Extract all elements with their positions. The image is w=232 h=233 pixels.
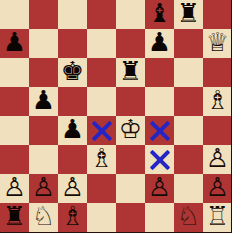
square-f8[interactable]: ♝ xyxy=(145,0,174,29)
board-bottom-edge xyxy=(0,232,232,233)
black-rook: ♜ xyxy=(3,202,26,231)
blue-x-mark xyxy=(148,148,172,172)
square-f4[interactable] xyxy=(145,116,174,145)
square-c2[interactable]: ♙ xyxy=(58,174,87,203)
blue-x-mark xyxy=(148,119,172,143)
square-b6[interactable] xyxy=(29,58,58,87)
chess-board: ♝♜♟♟♕♚♜♟♗♟♔♗♙♙♙♙♙♙♜♘♗♘♖ xyxy=(0,0,232,233)
black-pawn: ♟ xyxy=(3,28,26,57)
square-h3[interactable]: ♙ xyxy=(203,145,232,174)
square-d3[interactable]: ♗ xyxy=(87,145,116,174)
square-h6[interactable] xyxy=(203,58,232,87)
black-bishop: ♝ xyxy=(148,0,171,28)
square-b1[interactable]: ♘ xyxy=(29,203,58,232)
square-a1[interactable]: ♜ xyxy=(0,203,29,232)
square-a6[interactable] xyxy=(0,58,29,87)
white-rook: ♖ xyxy=(206,202,229,231)
black-pawn: ♟ xyxy=(32,86,55,115)
white-bishop: ♗ xyxy=(61,202,84,231)
square-h1[interactable]: ♖ xyxy=(203,203,232,232)
square-c7[interactable] xyxy=(58,29,87,58)
white-pawn: ♙ xyxy=(32,173,55,202)
square-h2[interactable]: ♙ xyxy=(203,174,232,203)
white-queen: ♕ xyxy=(206,28,229,57)
square-a5[interactable] xyxy=(0,87,29,116)
square-a3[interactable] xyxy=(0,145,29,174)
black-rook: ♜ xyxy=(119,57,142,86)
square-f5[interactable] xyxy=(145,87,174,116)
white-pawn: ♙ xyxy=(206,173,229,202)
square-g4[interactable] xyxy=(174,116,203,145)
board-right-edge xyxy=(231,0,232,233)
board-grid: ♝♜♟♟♕♚♜♟♗♟♔♗♙♙♙♙♙♙♜♘♗♘♖ xyxy=(0,0,232,232)
square-f2[interactable]: ♙ xyxy=(145,174,174,203)
square-g3[interactable] xyxy=(174,145,203,174)
black-rook: ♜ xyxy=(177,0,200,28)
square-d2[interactable] xyxy=(87,174,116,203)
white-pawn: ♙ xyxy=(61,173,84,202)
square-d7[interactable] xyxy=(87,29,116,58)
square-g6[interactable] xyxy=(174,58,203,87)
square-e4[interactable]: ♔ xyxy=(116,116,145,145)
square-g8[interactable]: ♜ xyxy=(174,0,203,29)
square-b8[interactable] xyxy=(29,0,58,29)
white-knight: ♘ xyxy=(177,202,200,231)
square-e2[interactable] xyxy=(116,174,145,203)
square-b2[interactable]: ♙ xyxy=(29,174,58,203)
square-c6[interactable]: ♚ xyxy=(58,58,87,87)
square-e7[interactable] xyxy=(116,29,145,58)
square-d6[interactable] xyxy=(87,58,116,87)
square-c8[interactable] xyxy=(58,0,87,29)
square-a8[interactable] xyxy=(0,0,29,29)
square-f6[interactable] xyxy=(145,58,174,87)
square-g5[interactable] xyxy=(174,87,203,116)
square-b7[interactable] xyxy=(29,29,58,58)
white-pawn: ♙ xyxy=(206,144,229,173)
square-b4[interactable] xyxy=(29,116,58,145)
white-knight: ♘ xyxy=(32,202,55,231)
blue-x-mark xyxy=(90,119,114,143)
square-e1[interactable] xyxy=(116,203,145,232)
square-h5[interactable]: ♗ xyxy=(203,87,232,116)
square-f1[interactable] xyxy=(145,203,174,232)
square-b5[interactable]: ♟ xyxy=(29,87,58,116)
white-pawn: ♙ xyxy=(3,173,26,202)
black-king: ♚ xyxy=(61,57,84,86)
white-bishop: ♗ xyxy=(206,86,229,115)
square-d1[interactable] xyxy=(87,203,116,232)
square-e6[interactable]: ♜ xyxy=(116,58,145,87)
square-h4[interactable] xyxy=(203,116,232,145)
white-bishop: ♗ xyxy=(90,144,113,173)
black-pawn: ♟ xyxy=(148,28,171,57)
square-e5[interactable] xyxy=(116,87,145,116)
square-d4[interactable] xyxy=(87,116,116,145)
square-g1[interactable]: ♘ xyxy=(174,203,203,232)
square-d8[interactable] xyxy=(87,0,116,29)
square-a7[interactable]: ♟ xyxy=(0,29,29,58)
white-pawn: ♙ xyxy=(148,173,171,202)
square-g7[interactable] xyxy=(174,29,203,58)
square-c5[interactable] xyxy=(58,87,87,116)
square-g2[interactable] xyxy=(174,174,203,203)
square-e8[interactable] xyxy=(116,0,145,29)
square-h8[interactable] xyxy=(203,0,232,29)
square-e3[interactable] xyxy=(116,145,145,174)
square-d5[interactable] xyxy=(87,87,116,116)
square-a2[interactable]: ♙ xyxy=(0,174,29,203)
square-h7[interactable]: ♕ xyxy=(203,29,232,58)
square-f7[interactable]: ♟ xyxy=(145,29,174,58)
square-f3[interactable] xyxy=(145,145,174,174)
black-pawn: ♟ xyxy=(61,115,84,144)
square-b3[interactable] xyxy=(29,145,58,174)
white-king: ♔ xyxy=(119,115,142,144)
square-c1[interactable]: ♗ xyxy=(58,203,87,232)
square-c4[interactable]: ♟ xyxy=(58,116,87,145)
square-c3[interactable] xyxy=(58,145,87,174)
square-a4[interactable] xyxy=(0,116,29,145)
